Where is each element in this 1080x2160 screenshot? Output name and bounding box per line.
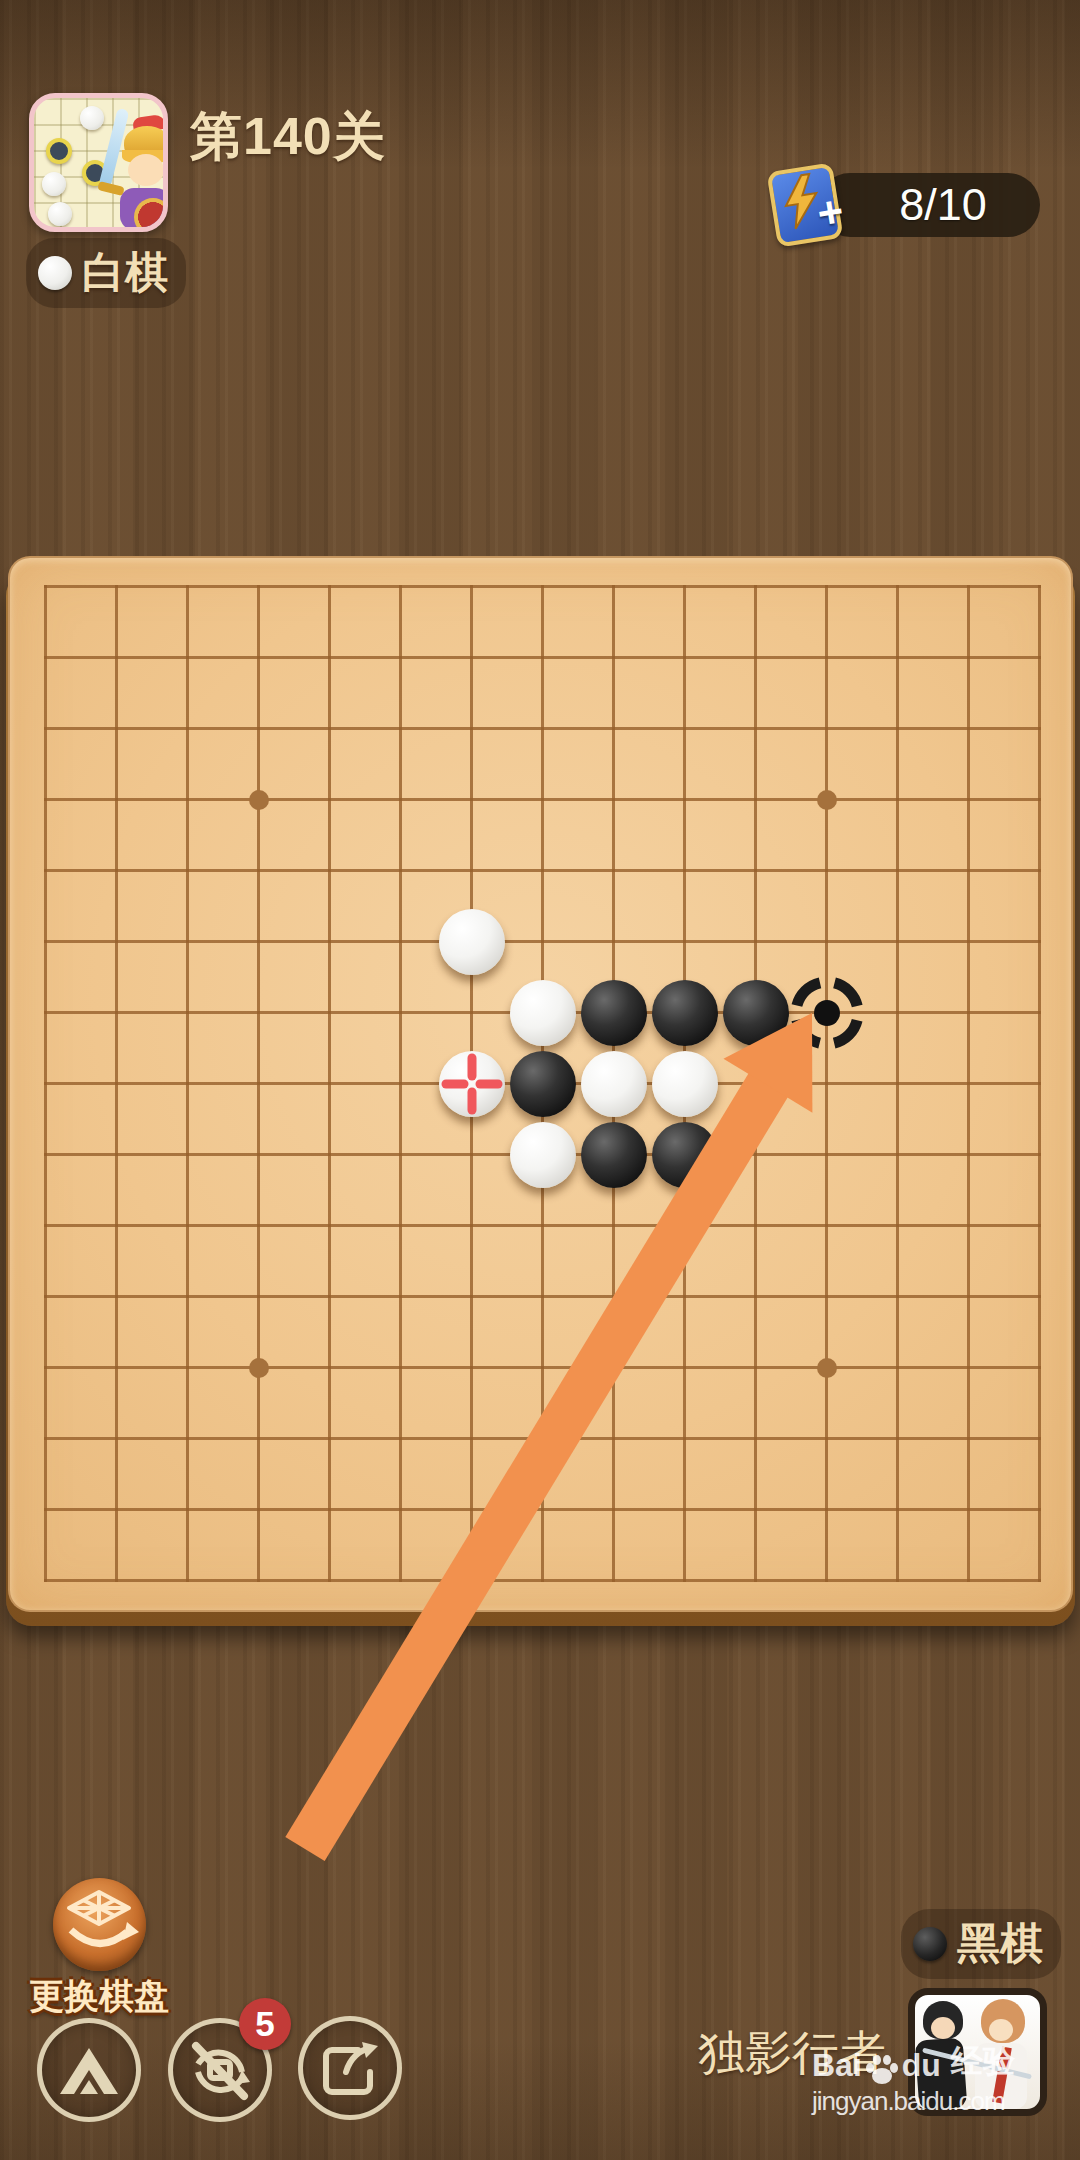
black-stone xyxy=(652,1122,718,1188)
undo-disabled-icon xyxy=(184,2034,256,2106)
black-stone xyxy=(581,980,647,1046)
watermark-bai: Bai xyxy=(812,2047,862,2084)
star-point xyxy=(817,790,837,810)
black-stone xyxy=(652,980,718,1046)
opponent-side-text: 黑棋 xyxy=(957,1915,1043,1973)
player-side-label: 白棋 xyxy=(26,238,186,308)
suggested-move-target[interactable] xyxy=(777,963,877,1063)
game-screen: 白棋 第140关 + 8/10 xyxy=(0,0,1080,2160)
black-stone xyxy=(510,1051,576,1117)
opponent-side-label: 黑棋 xyxy=(901,1909,1061,1979)
black-stone xyxy=(581,1122,647,1188)
level-title: 第140关 xyxy=(190,102,386,172)
watermark-du: du xyxy=(902,2047,941,2084)
avatar-stone xyxy=(80,106,104,130)
avatar-knight-shield xyxy=(134,198,168,232)
avatar-figure-right-face xyxy=(989,2019,1013,2041)
white-stone xyxy=(439,1051,505,1117)
energy-value: 8/10 xyxy=(899,179,987,231)
game-board[interactable] xyxy=(8,556,1073,1612)
avatar-knight-face xyxy=(128,154,164,186)
energy-counter[interactable]: + 8/10 xyxy=(818,173,1040,237)
watermark-suffix: 经验 xyxy=(951,2040,1015,2084)
white-stone xyxy=(652,1051,718,1117)
avatar-stone xyxy=(46,138,72,164)
change-board-icon xyxy=(53,1878,146,1971)
avatar-figure-left-face xyxy=(931,2017,955,2039)
white-stone-icon xyxy=(38,256,72,290)
star-point xyxy=(817,1358,837,1378)
white-stone xyxy=(510,1122,576,1188)
avatar-stone xyxy=(42,172,66,196)
share-button[interactable] xyxy=(298,2016,402,2120)
player-side-text: 白棋 xyxy=(82,244,168,302)
change-board-button[interactable]: 更换棋盘 xyxy=(24,1878,174,2020)
app-logo-button[interactable] xyxy=(37,2018,141,2122)
baidu-logo: Bai du 经验 xyxy=(812,2040,1015,2084)
watermark-domain: jingyan.baidu.com xyxy=(812,2086,1015,2117)
watermark: Bai du 经验 jingyan.baidu.com xyxy=(812,2040,1015,2117)
avatar-stone xyxy=(48,202,72,226)
star-point xyxy=(249,790,269,810)
share-icon xyxy=(318,2036,382,2100)
white-stone xyxy=(510,980,576,1046)
target-icon xyxy=(777,963,877,1063)
plus-icon: + xyxy=(814,185,847,238)
undo-count-badge: 5 xyxy=(239,1998,291,2050)
white-stone xyxy=(439,909,505,975)
paw-icon xyxy=(864,2052,900,2088)
last-move-cross-icon xyxy=(439,1051,505,1117)
change-board-label: 更换棋盘 xyxy=(24,1973,174,2020)
black-stone-icon xyxy=(913,1927,947,1961)
undo-count-text: 5 xyxy=(255,2004,274,2044)
star-point xyxy=(249,1358,269,1378)
mountain-logo-icon xyxy=(54,2040,124,2100)
white-stone xyxy=(581,1051,647,1117)
player-avatar xyxy=(29,93,168,232)
energy-icon: + xyxy=(766,162,843,247)
